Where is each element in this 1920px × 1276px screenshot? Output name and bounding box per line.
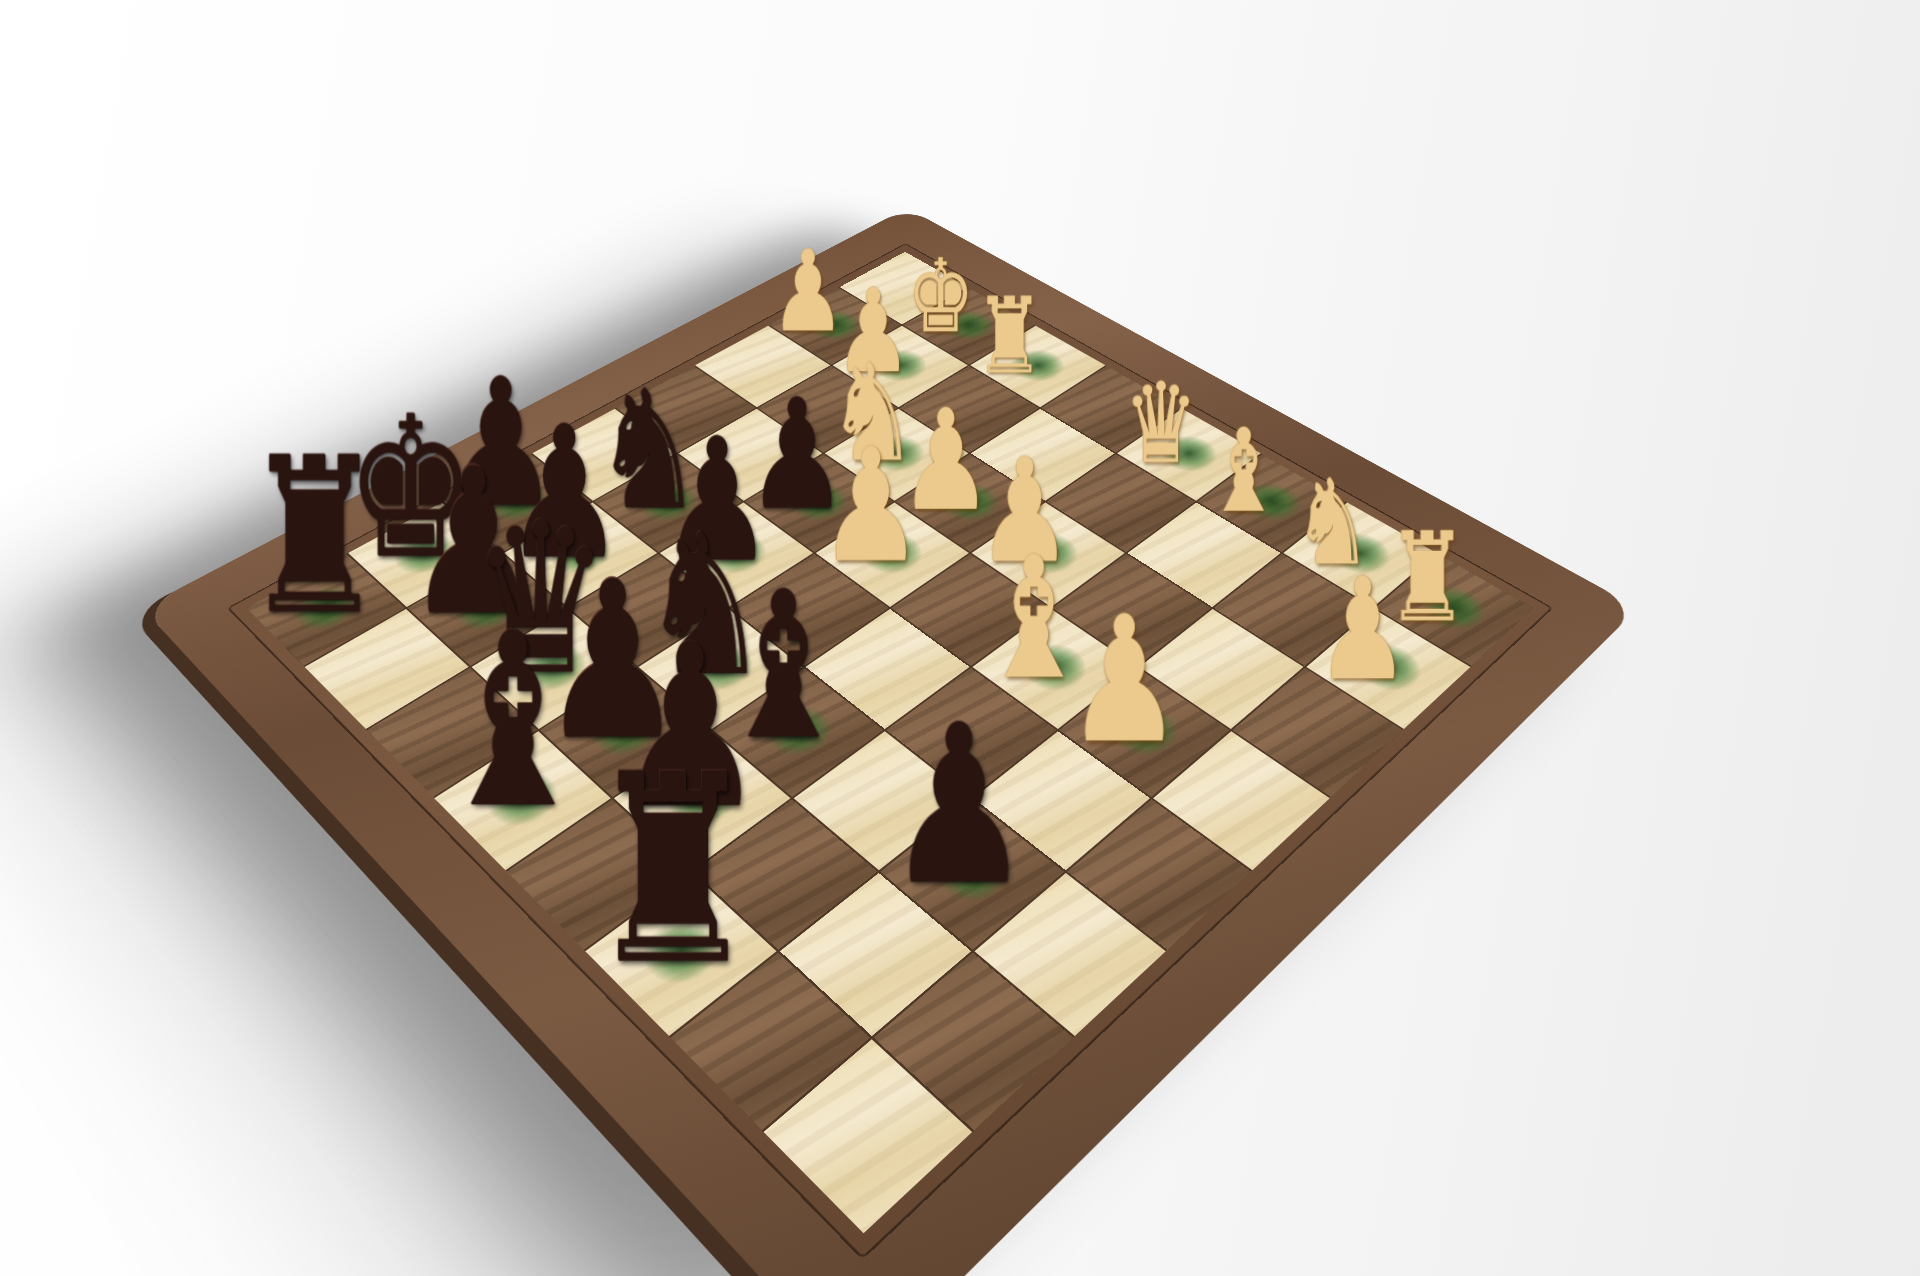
white-pawn-b4[interactable]: ♟ — [1067, 598, 1157, 764]
black-bishop-e8[interactable]: ♝ — [434, 607, 528, 835]
white-queen-d1[interactable]: ♛ — [1123, 372, 1199, 478]
white-rook-f1[interactable]: ♜ — [974, 287, 1046, 386]
chess-board[interactable]: ♚♜♛♝♞♜♟♟♟♞♟♟♟♟♝♟♞♟♟♟♞♝♟♚♟♛♟♟♜♝♜ — [247, 252, 1534, 1233]
white-bishop-c4[interactable]: ♝ — [978, 539, 1065, 699]
square-h8[interactable]: ♜ — [247, 554, 405, 666]
white-pawn-h2[interactable]: ♟ — [771, 239, 841, 346]
board-frame: ♚♜♛♝♞♜♟♟♟♞♟♟♟♟♝♟♞♟♟♟♞♝♟♚♟♛♟♟♜♝♜ — [142, 208, 1638, 1276]
white-bishop-c1[interactable]: ♝ — [1205, 418, 1284, 527]
black-rook-c8[interactable]: ♜ — [587, 747, 689, 994]
white-pawn-a2[interactable]: ♟ — [1316, 564, 1403, 698]
black-pawn-b6[interactable]: ♟ — [886, 702, 984, 910]
white-king-g1[interactable]: ♚ — [906, 249, 976, 345]
black-rook-h8[interactable]: ♜ — [244, 434, 328, 638]
board-border-groove: ♚♜♛♝♞♜♟♟♟♞♟♟♟♟♝♟♞♟♟♟♞♝♟♚♟♛♟♟♜♝♜ — [230, 244, 1551, 1256]
photo-scene: ♚♜♛♝♞♜♟♟♟♞♟♟♟♟♝♟♞♟♟♟♞♝♟♚♟♛♟♟♜♝♜ — [0, 0, 1920, 1276]
